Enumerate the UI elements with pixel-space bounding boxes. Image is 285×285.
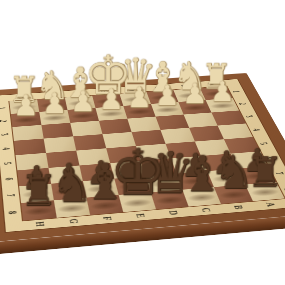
rank-label-right-4: 4 xyxy=(241,125,273,134)
file-label-bottom-b: B xyxy=(227,198,252,217)
board-3d-wrapper: HHGGFFEEDDCCBBAA1122334455667788 ♜♞♝♚♛♝♞… xyxy=(0,73,285,242)
black-rook-h8: ♜ xyxy=(20,170,58,212)
file-label-bottom-f: F xyxy=(97,209,119,229)
square-h4 xyxy=(14,139,46,156)
file-label-bottom-c: C xyxy=(195,200,219,219)
file-label-top-g: G xyxy=(42,89,59,102)
square-f4 xyxy=(73,134,106,150)
square-g4 xyxy=(44,136,77,153)
file-label-bottom-d: D xyxy=(162,203,186,222)
file-label-bottom-g: G xyxy=(64,211,85,231)
file-label-bottom-a: A xyxy=(258,195,284,214)
rank-label-right-3: 3 xyxy=(234,112,265,121)
file-label-bottom-h: H xyxy=(30,214,51,234)
rank-label-left-4: 4 xyxy=(0,144,22,154)
chess-set-photo: HHGGFFEEDDCCBBAA1122334455667788 ♜♞♝♚♛♝♞… xyxy=(0,0,285,285)
file-label-top-f: F xyxy=(69,87,86,100)
file-label-bottom-e: E xyxy=(130,206,153,225)
file-label-top-h: H xyxy=(15,91,31,104)
